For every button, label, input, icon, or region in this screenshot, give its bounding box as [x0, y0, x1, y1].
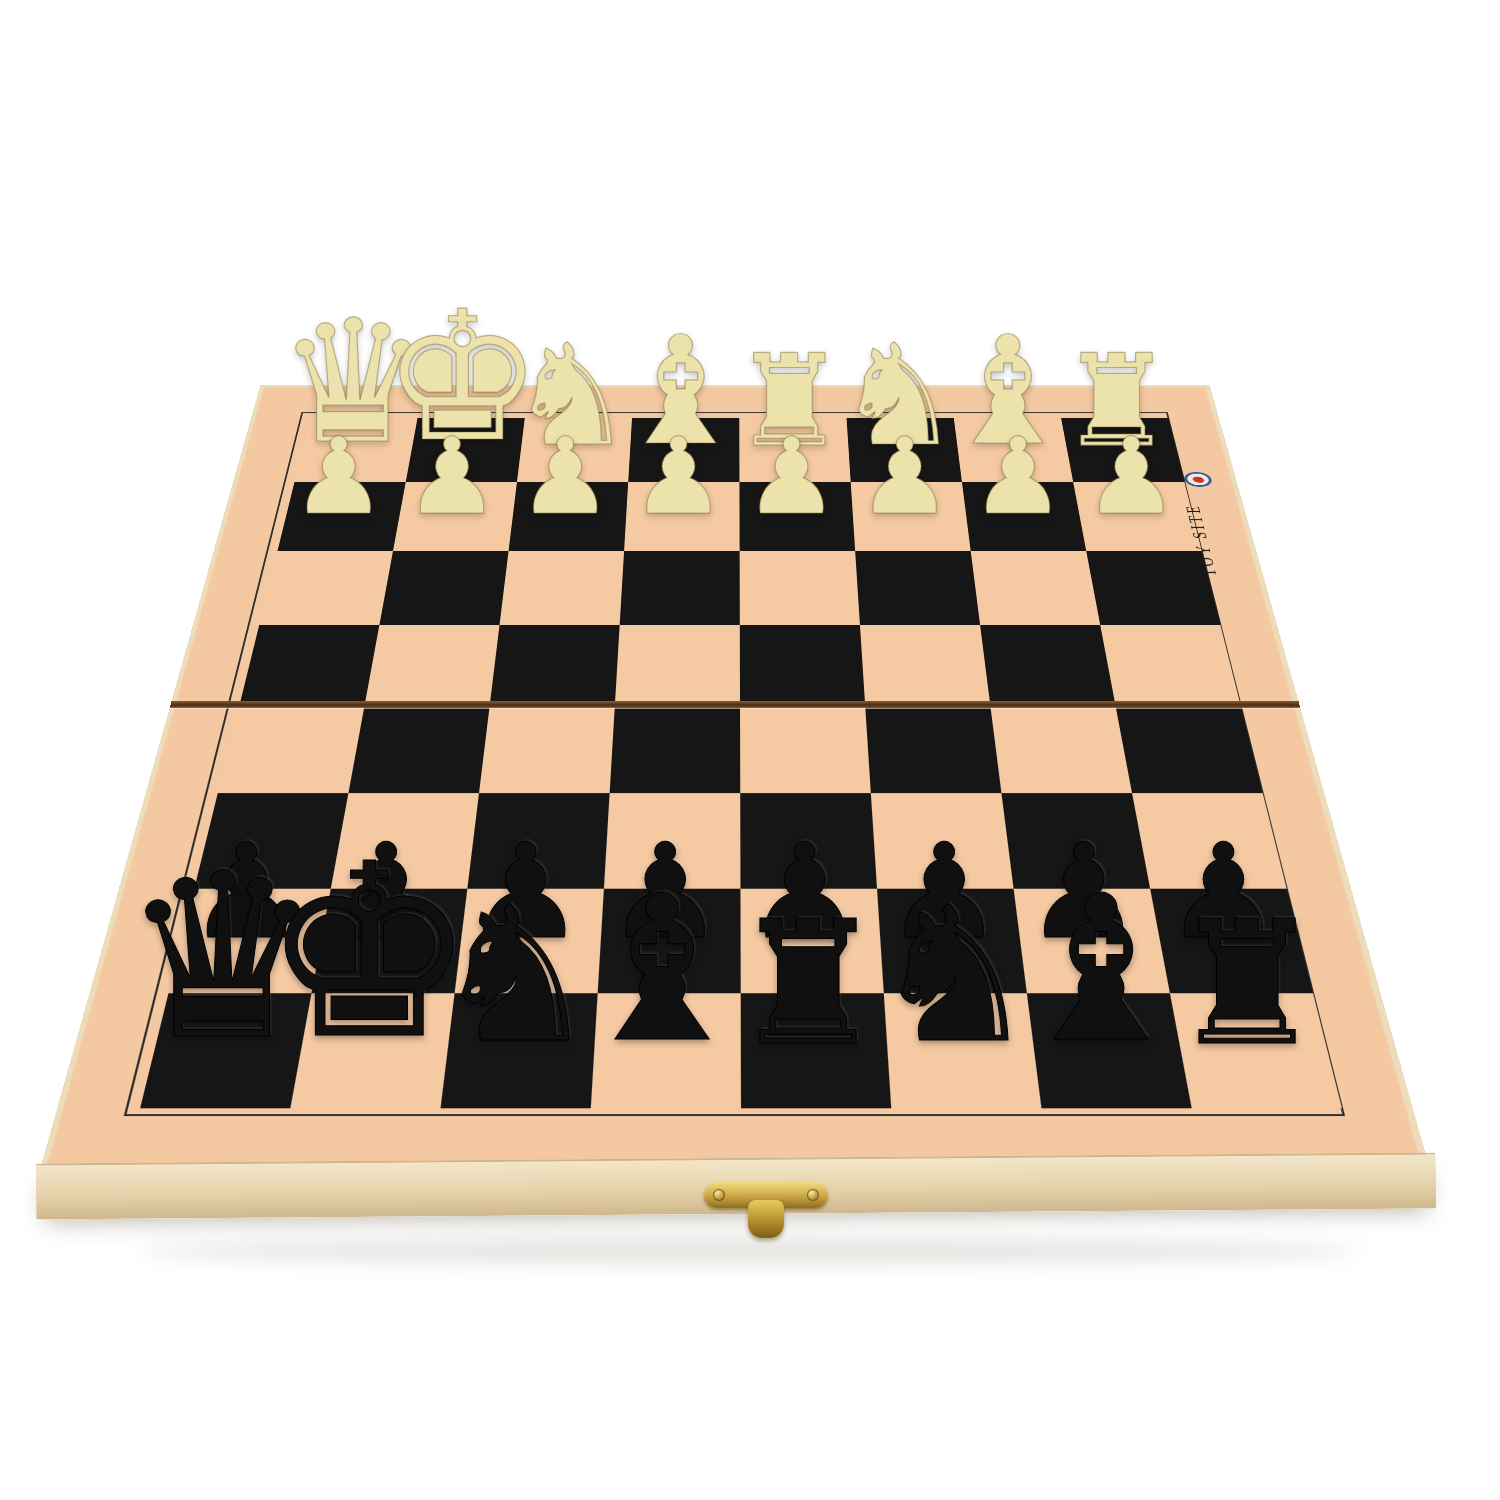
board-square	[740, 551, 860, 625]
board-square	[1116, 706, 1263, 794]
brand-logo-icon	[1183, 472, 1213, 487]
board-square	[1170, 993, 1342, 1108]
board-square	[739, 418, 850, 482]
board-square	[365, 625, 500, 706]
board-square	[954, 418, 1073, 482]
board-square	[865, 706, 1001, 794]
screw-icon	[807, 1189, 819, 1201]
board-square	[218, 706, 365, 794]
board-square	[1027, 993, 1192, 1108]
brand-logo-core	[1191, 475, 1205, 483]
board-square	[860, 625, 990, 706]
board-square	[1014, 889, 1170, 994]
board-square	[739, 482, 855, 551]
board-square	[331, 793, 479, 888]
board-square	[740, 625, 865, 706]
board-square	[294, 418, 417, 482]
board-square	[884, 993, 1042, 1108]
board-square	[855, 551, 980, 625]
board-square	[239, 625, 379, 706]
board-square	[312, 889, 468, 994]
board-square	[441, 993, 598, 1108]
board-square	[290, 993, 454, 1108]
screw-icon	[713, 1189, 725, 1201]
clasp-knob	[748, 1200, 784, 1238]
board-square	[455, 889, 604, 994]
board-square	[379, 551, 508, 625]
board-square	[615, 625, 740, 706]
board-square	[741, 993, 892, 1108]
board-square	[971, 551, 1101, 625]
brass-clasp	[704, 1182, 828, 1252]
board-square	[517, 418, 632, 482]
board-square	[1150, 889, 1313, 994]
board-squares	[140, 418, 1342, 1108]
board-square	[479, 706, 615, 794]
board-square	[140, 993, 311, 1108]
board-square	[1001, 793, 1150, 888]
chessboard: TOY SITE	[40, 385, 1429, 1167]
board-square	[1100, 625, 1240, 706]
board-square	[851, 482, 971, 551]
board-square	[598, 889, 741, 994]
perspective-scene: TOY SITE	[0, 0, 1500, 1500]
board-square	[628, 418, 739, 482]
board-square	[1132, 793, 1287, 888]
board-square	[467, 793, 609, 888]
board-square	[509, 482, 629, 551]
board-square	[980, 625, 1115, 706]
board-square	[740, 889, 883, 994]
board-square	[740, 793, 877, 888]
board-square	[278, 482, 406, 551]
board-square	[620, 551, 740, 625]
board-square	[499, 551, 624, 625]
board-square	[604, 793, 741, 888]
board-square	[962, 482, 1086, 551]
board-square	[1061, 418, 1184, 482]
board-square	[194, 793, 348, 888]
board-square	[591, 993, 741, 1108]
board-square	[168, 889, 330, 994]
board-square	[348, 706, 489, 794]
board-square	[610, 706, 741, 794]
board-square	[490, 625, 620, 706]
product-photo-canvas: TOY SITE ♛♚♞♝♜♞♝♜♟♟♟♟♟♟♟♟♟♟♟♟♟♟♟♟♛♚♞♝♜♞♝…	[0, 0, 1500, 1500]
board-square	[877, 889, 1027, 994]
board-square	[624, 482, 740, 551]
board-square	[871, 793, 1014, 888]
board-square	[259, 551, 393, 625]
board-square	[740, 706, 871, 794]
board-square	[406, 418, 525, 482]
hinge-seam	[170, 701, 1301, 708]
board-square	[847, 418, 962, 482]
board-square	[990, 706, 1132, 794]
board-square	[393, 482, 517, 551]
